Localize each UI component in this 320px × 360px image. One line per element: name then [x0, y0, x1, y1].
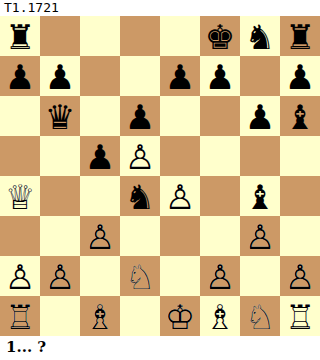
square-h7[interactable]: ♟	[280, 56, 320, 96]
square-a2[interactable]: ♙	[0, 256, 40, 296]
square-b7[interactable]: ♟	[40, 56, 80, 96]
puzzle-title: T1.1721	[0, 0, 320, 16]
square-f7[interactable]: ♟	[200, 56, 240, 96]
square-f8[interactable]: ♚	[200, 16, 240, 56]
white-queen-piece: ♕	[0, 176, 40, 216]
square-c1[interactable]: ♗	[80, 296, 120, 336]
black-pawn-piece: ♟	[40, 56, 80, 96]
square-d8[interactable]	[120, 16, 160, 56]
square-h6[interactable]: ♝	[280, 96, 320, 136]
square-d1[interactable]	[120, 296, 160, 336]
black-queen-piece: ♛	[40, 96, 80, 136]
black-pawn-piece: ♟	[280, 56, 320, 96]
square-h5[interactable]	[280, 136, 320, 176]
square-c7[interactable]	[80, 56, 120, 96]
white-pawn-piece: ♙	[160, 176, 200, 216]
white-pawn-piece: ♙	[0, 256, 40, 296]
square-f2[interactable]: ♙	[200, 256, 240, 296]
black-pawn-piece: ♟	[80, 136, 120, 176]
white-knight-piece: ♘	[240, 296, 280, 336]
square-d5[interactable]: ♙	[120, 136, 160, 176]
square-d3[interactable]	[120, 216, 160, 256]
white-rook-piece: ♖	[280, 296, 320, 336]
white-pawn-piece: ♙	[200, 256, 240, 296]
square-b8[interactable]	[40, 16, 80, 56]
black-bishop-piece: ♝	[240, 176, 280, 216]
white-pawn-piece: ♙	[240, 216, 280, 256]
white-bishop-piece: ♗	[200, 296, 240, 336]
square-a6[interactable]	[0, 96, 40, 136]
black-pawn-piece: ♟	[200, 56, 240, 96]
square-a3[interactable]	[0, 216, 40, 256]
black-knight-piece: ♞	[120, 176, 160, 216]
white-pawn-piece: ♙	[120, 136, 160, 176]
square-g4[interactable]: ♝	[240, 176, 280, 216]
square-c8[interactable]	[80, 16, 120, 56]
square-e6[interactable]	[160, 96, 200, 136]
square-c3[interactable]: ♙	[80, 216, 120, 256]
square-f3[interactable]	[200, 216, 240, 256]
square-a7[interactable]: ♟	[0, 56, 40, 96]
black-rook-piece: ♜	[280, 16, 320, 56]
chess-board: ♜♚♞♜♟♟♟♟♟♛♟♟♝♟♙♕♞♙♝♙♙♙♙♘♙♙♖♗♔♗♘♖	[0, 16, 320, 336]
square-g2[interactable]	[240, 256, 280, 296]
white-pawn-piece: ♙	[280, 256, 320, 296]
black-pawn-piece: ♟	[120, 96, 160, 136]
square-f6[interactable]	[200, 96, 240, 136]
square-e1[interactable]: ♔	[160, 296, 200, 336]
square-f1[interactable]: ♗	[200, 296, 240, 336]
black-knight-piece: ♞	[240, 16, 280, 56]
square-h1[interactable]: ♖	[280, 296, 320, 336]
black-pawn-piece: ♟	[0, 56, 40, 96]
square-a5[interactable]	[0, 136, 40, 176]
black-rook-piece: ♜	[0, 16, 40, 56]
square-f4[interactable]	[200, 176, 240, 216]
square-g6[interactable]: ♟	[240, 96, 280, 136]
square-e8[interactable]	[160, 16, 200, 56]
square-e2[interactable]	[160, 256, 200, 296]
white-rook-piece: ♖	[0, 296, 40, 336]
chess-tactics-window: T1.1721 ♜♚♞♜♟♟♟♟♟♛♟♟♝♟♙♕♞♙♝♙♙♙♙♘♙♙♖♗♔♗♘♖…	[0, 0, 320, 360]
square-c2[interactable]	[80, 256, 120, 296]
white-knight-piece: ♘	[120, 256, 160, 296]
square-d7[interactable]	[120, 56, 160, 96]
square-c4[interactable]	[80, 176, 120, 216]
square-g1[interactable]: ♘	[240, 296, 280, 336]
square-c5[interactable]: ♟	[80, 136, 120, 176]
black-pawn-piece: ♟	[160, 56, 200, 96]
square-a1[interactable]: ♖	[0, 296, 40, 336]
black-pawn-piece: ♟	[240, 96, 280, 136]
square-e7[interactable]: ♟	[160, 56, 200, 96]
square-h2[interactable]: ♙	[280, 256, 320, 296]
square-d2[interactable]: ♘	[120, 256, 160, 296]
square-e4[interactable]: ♙	[160, 176, 200, 216]
square-b4[interactable]	[40, 176, 80, 216]
square-g3[interactable]: ♙	[240, 216, 280, 256]
square-d4[interactable]: ♞	[120, 176, 160, 216]
square-b5[interactable]	[40, 136, 80, 176]
square-e3[interactable]	[160, 216, 200, 256]
move-prompt: 1... ?	[0, 336, 320, 360]
square-a4[interactable]: ♕	[0, 176, 40, 216]
square-h8[interactable]: ♜	[280, 16, 320, 56]
square-b2[interactable]: ♙	[40, 256, 80, 296]
black-bishop-piece: ♝	[280, 96, 320, 136]
square-b6[interactable]: ♛	[40, 96, 80, 136]
square-d6[interactable]: ♟	[120, 96, 160, 136]
black-king-piece: ♚	[200, 16, 240, 56]
white-pawn-piece: ♙	[80, 216, 120, 256]
square-g5[interactable]	[240, 136, 280, 176]
square-f5[interactable]	[200, 136, 240, 176]
square-b3[interactable]	[40, 216, 80, 256]
square-g7[interactable]	[240, 56, 280, 96]
square-g8[interactable]: ♞	[240, 16, 280, 56]
white-pawn-piece: ♙	[40, 256, 80, 296]
square-e5[interactable]	[160, 136, 200, 176]
white-king-piece: ♔	[160, 296, 200, 336]
square-a8[interactable]: ♜	[0, 16, 40, 56]
square-h4[interactable]	[280, 176, 320, 216]
square-h3[interactable]	[280, 216, 320, 256]
square-c6[interactable]	[80, 96, 120, 136]
white-bishop-piece: ♗	[80, 296, 120, 336]
square-b1[interactable]	[40, 296, 80, 336]
